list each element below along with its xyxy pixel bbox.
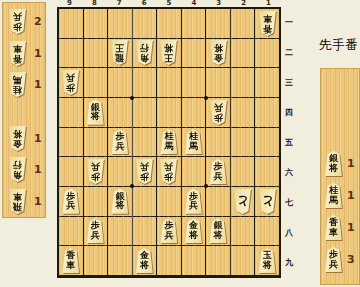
file-label-9: 9 bbox=[57, 0, 82, 7]
hand-piece-gote-R[interactable]: 飛車 bbox=[8, 189, 27, 214]
board-cell-1五[interactable] bbox=[255, 128, 279, 157]
board-cell-3二[interactable]: 金将 bbox=[206, 39, 230, 68]
board-cell-2六[interactable] bbox=[231, 157, 255, 186]
board-cell-6二[interactable]: 角行 bbox=[133, 39, 157, 68]
board-cell-5三[interactable] bbox=[157, 68, 181, 97]
board-cell-4七[interactable]: 歩兵 bbox=[182, 187, 206, 216]
hoshi-dot bbox=[204, 184, 208, 188]
hand-count: 1 bbox=[347, 151, 355, 176]
file-labels: 987654321 bbox=[57, 0, 281, 7]
hand-piece-gote-B[interactable]: 角行 bbox=[8, 157, 27, 182]
hand-slot: 香車1 bbox=[321, 215, 359, 240]
board-cell-1一[interactable]: 香車 bbox=[255, 9, 279, 38]
board-cell-3八[interactable]: 銀将 bbox=[206, 217, 230, 246]
board-cell-7七[interactable]: 銀将 bbox=[108, 187, 132, 216]
board-cell-3七[interactable] bbox=[206, 187, 230, 216]
piece-gote-P[interactable]: 歩兵 bbox=[61, 70, 80, 95]
board-cell-5九[interactable] bbox=[157, 246, 181, 275]
board-cell-2一[interactable] bbox=[231, 9, 255, 38]
piece-sente-K[interactable]: 玉将 bbox=[258, 248, 277, 273]
piece-sente-P[interactable]: 歩兵 bbox=[110, 129, 129, 154]
board-cell-6五[interactable] bbox=[133, 128, 157, 157]
board-cell-8七[interactable] bbox=[84, 187, 108, 216]
board-cell-7八[interactable] bbox=[108, 217, 132, 246]
file-label-5: 5 bbox=[157, 0, 182, 7]
board-cell-6三[interactable] bbox=[133, 68, 157, 97]
board-cell-1八[interactable] bbox=[255, 217, 279, 246]
piece-sente-L[interactable]: 香車 bbox=[61, 248, 80, 273]
hoshi-dot bbox=[204, 96, 208, 100]
rank-label-七: 七 bbox=[283, 188, 295, 218]
board-cell-9七[interactable]: 歩兵 bbox=[59, 187, 83, 216]
rank-label-四: 四 bbox=[283, 97, 295, 127]
piece-gote-+P[interactable]: と bbox=[258, 189, 277, 214]
file-label-3: 3 bbox=[206, 0, 231, 7]
hand-slot: 歩兵2 bbox=[3, 9, 45, 34]
rank-label-六: 六 bbox=[283, 158, 295, 188]
board-cell-5七[interactable] bbox=[157, 187, 181, 216]
rank-label-一: 一 bbox=[283, 7, 295, 37]
board-cell-8四[interactable]: 銀将 bbox=[84, 98, 108, 127]
piece-gote-B[interactable]: 角行 bbox=[135, 40, 154, 65]
board-cell-9九[interactable]: 香車 bbox=[59, 246, 83, 275]
board-cell-2三[interactable] bbox=[231, 68, 255, 97]
board-cell-6九[interactable]: 金将 bbox=[133, 246, 157, 275]
board-cell-9六[interactable] bbox=[59, 157, 83, 186]
hand-count: 3 bbox=[347, 247, 355, 272]
board-cell-8六[interactable]: 歩兵 bbox=[84, 157, 108, 186]
board-cell-3四[interactable]: 歩兵 bbox=[206, 98, 230, 127]
board-cell-4四[interactable] bbox=[182, 98, 206, 127]
hand-piece-gote-P[interactable]: 歩兵 bbox=[8, 9, 27, 34]
shogi-board: 香車龍王角行王将金将歩兵銀将歩兵歩兵桂馬桂馬歩兵歩兵歩兵歩兵歩兵銀将歩兵とと歩兵… bbox=[57, 7, 281, 278]
piece-sente-S[interactable]: 銀将 bbox=[209, 218, 228, 243]
file-label-7: 7 bbox=[107, 0, 132, 7]
board-cell-9五[interactable] bbox=[59, 128, 83, 157]
file-label-2: 2 bbox=[231, 0, 256, 7]
piece-gote-P[interactable]: 歩兵 bbox=[86, 159, 105, 184]
board-cell-5一[interactable] bbox=[157, 9, 181, 38]
hand-slot: 歩兵3 bbox=[321, 247, 359, 272]
board-cell-8三[interactable] bbox=[84, 68, 108, 97]
file-label-8: 8 bbox=[82, 0, 107, 7]
board-cell-5五[interactable]: 桂馬 bbox=[157, 128, 181, 157]
board-cell-3九[interactable] bbox=[206, 246, 230, 275]
hand-slot: 桂馬1 bbox=[3, 72, 45, 97]
piece-sente-P[interactable]: 歩兵 bbox=[184, 189, 203, 214]
board-cell-4六[interactable] bbox=[182, 157, 206, 186]
piece-gote-P[interactable]: 歩兵 bbox=[135, 159, 154, 184]
board-cell-7五[interactable]: 歩兵 bbox=[108, 128, 132, 157]
hand-count: 1 bbox=[34, 126, 42, 151]
piece-sente-S[interactable]: 銀将 bbox=[86, 100, 105, 125]
piece-gote-+P[interactable]: と bbox=[233, 189, 252, 214]
file-label-4: 4 bbox=[181, 0, 206, 7]
board-cell-5八[interactable]: 歩兵 bbox=[157, 217, 181, 246]
piece-sente-N[interactable]: 桂馬 bbox=[159, 129, 178, 154]
board-cell-1六[interactable] bbox=[255, 157, 279, 186]
piece-gote-P[interactable]: 歩兵 bbox=[159, 159, 178, 184]
rank-labels: 一二三四五六七八九 bbox=[283, 7, 295, 278]
rank-label-八: 八 bbox=[283, 218, 295, 248]
board-cell-5四[interactable] bbox=[157, 98, 181, 127]
board-cell-7四[interactable] bbox=[108, 98, 132, 127]
board-cell-6八[interactable] bbox=[133, 217, 157, 246]
hand-count: 1 bbox=[347, 183, 355, 208]
board-cell-1九[interactable]: 玉将 bbox=[255, 246, 279, 275]
rank-label-二: 二 bbox=[283, 37, 295, 67]
board-cell-9八[interactable] bbox=[59, 217, 83, 246]
board-cell-6一[interactable] bbox=[133, 9, 157, 38]
board-cell-9二[interactable] bbox=[59, 39, 83, 68]
hand-count: 1 bbox=[34, 157, 42, 182]
board-cell-7九[interactable] bbox=[108, 246, 132, 275]
board-cell-3六[interactable]: 歩兵 bbox=[206, 157, 230, 186]
board-cell-5二[interactable]: 王将 bbox=[157, 39, 181, 68]
rank-label-五: 五 bbox=[283, 127, 295, 157]
board-cell-9一[interactable] bbox=[59, 9, 83, 38]
board-cell-8八[interactable]: 歩兵 bbox=[84, 217, 108, 246]
hand-piece-gote-N[interactable]: 桂馬 bbox=[8, 72, 27, 97]
board-cell-7六[interactable] bbox=[108, 157, 132, 186]
board-cell-8五[interactable] bbox=[84, 128, 108, 157]
board-cell-7三[interactable] bbox=[108, 68, 132, 97]
board-cell-1二[interactable] bbox=[255, 39, 279, 68]
hand-count: 2 bbox=[34, 9, 42, 34]
board-cell-2七[interactable]: と bbox=[231, 187, 255, 216]
piece-gote-L[interactable]: 香車 bbox=[258, 11, 277, 36]
piece-sente-P[interactable]: 歩兵 bbox=[61, 189, 80, 214]
board-cell-4五[interactable]: 桂馬 bbox=[182, 128, 206, 157]
piece-sente-P[interactable]: 歩兵 bbox=[159, 218, 178, 243]
hoshi-dot bbox=[130, 184, 134, 188]
hand-slot: 角行1 bbox=[3, 157, 45, 182]
hand-piece-sente-P[interactable]: 歩兵 bbox=[324, 247, 343, 272]
gote-captured-stand: 歩兵2香車1桂馬1金将1角行1飛車1 bbox=[2, 2, 46, 218]
board-cell-2二[interactable] bbox=[231, 39, 255, 68]
board-cell-4八[interactable]: 金将 bbox=[182, 217, 206, 246]
piece-gote-G[interactable]: 金将 bbox=[209, 40, 228, 65]
hand-piece-sente-L[interactable]: 香車 bbox=[324, 215, 343, 240]
board-cell-9三[interactable]: 歩兵 bbox=[59, 68, 83, 97]
hand-slot: 銀将1 bbox=[321, 151, 359, 176]
piece-gote-+R[interactable]: 龍王 bbox=[110, 40, 129, 65]
hand-piece-sente-N[interactable]: 桂馬 bbox=[324, 183, 343, 208]
board-cell-3一[interactable] bbox=[206, 9, 230, 38]
hand-slot: 香車1 bbox=[3, 41, 45, 66]
shogi-diagram: 987654321 歩兵2香車1桂馬1金将1角行1飛車1 香車龍王角行王将金将歩… bbox=[0, 0, 360, 287]
turn-indicator: 先手番 bbox=[319, 37, 360, 54]
board-cell-8二[interactable] bbox=[84, 39, 108, 68]
piece-sente-P[interactable]: 歩兵 bbox=[86, 218, 105, 243]
file-label-1: 1 bbox=[256, 0, 281, 7]
board-cell-2八[interactable] bbox=[231, 217, 255, 246]
hand-slot: 金将1 bbox=[3, 126, 45, 151]
piece-sente-G[interactable]: 金将 bbox=[184, 218, 203, 243]
board-cell-7二[interactable]: 龍王 bbox=[108, 39, 132, 68]
piece-sente-P[interactable]: 歩兵 bbox=[209, 159, 228, 184]
board-cell-2五[interactable] bbox=[231, 128, 255, 157]
board-cell-2九[interactable] bbox=[231, 246, 255, 275]
rank-label-三: 三 bbox=[283, 67, 295, 97]
board-cell-5六[interactable]: 歩兵 bbox=[157, 157, 181, 186]
hand-piece-gote-G[interactable]: 金将 bbox=[8, 126, 27, 151]
hoshi-dot bbox=[130, 96, 134, 100]
board-cell-4二[interactable] bbox=[182, 39, 206, 68]
board-cell-2四[interactable] bbox=[231, 98, 255, 127]
board-cell-8一[interactable] bbox=[84, 9, 108, 38]
hand-piece-gote-L[interactable]: 香車 bbox=[8, 41, 27, 66]
board-cell-7一[interactable] bbox=[108, 9, 132, 38]
board-cell-3五[interactable] bbox=[206, 128, 230, 157]
hand-count: 1 bbox=[34, 72, 42, 97]
board-cell-4九[interactable] bbox=[182, 246, 206, 275]
board-cell-6七[interactable] bbox=[133, 187, 157, 216]
board-cell-8九[interactable] bbox=[84, 246, 108, 275]
hand-slot: 飛車1 bbox=[3, 189, 45, 214]
piece-sente-G[interactable]: 金将 bbox=[135, 248, 154, 273]
piece-gote-P[interactable]: 歩兵 bbox=[209, 100, 228, 125]
hand-slot: 桂馬1 bbox=[321, 183, 359, 208]
board-cell-1七[interactable]: と bbox=[255, 187, 279, 216]
piece-gote-K[interactable]: 王将 bbox=[159, 40, 178, 65]
piece-sente-S[interactable]: 銀将 bbox=[110, 189, 129, 214]
hand-count: 1 bbox=[34, 189, 42, 214]
board-cell-1三[interactable] bbox=[255, 68, 279, 97]
board-cell-6四[interactable] bbox=[133, 98, 157, 127]
hand-count: 1 bbox=[34, 41, 42, 66]
sente-captured-stand: 銀将1桂馬1香車1歩兵3 bbox=[320, 68, 360, 285]
hand-count: 1 bbox=[347, 215, 355, 240]
board-cell-9四[interactable] bbox=[59, 98, 83, 127]
rank-label-九: 九 bbox=[283, 248, 295, 278]
hand-piece-sente-S[interactable]: 銀将 bbox=[324, 151, 343, 176]
board-cell-4一[interactable] bbox=[182, 9, 206, 38]
board-cell-4三[interactable] bbox=[182, 68, 206, 97]
board-cell-6六[interactable]: 歩兵 bbox=[133, 157, 157, 186]
board-cell-1四[interactable] bbox=[255, 98, 279, 127]
file-label-6: 6 bbox=[132, 0, 157, 7]
piece-sente-N[interactable]: 桂馬 bbox=[184, 129, 203, 154]
board-cell-3三[interactable] bbox=[206, 68, 230, 97]
